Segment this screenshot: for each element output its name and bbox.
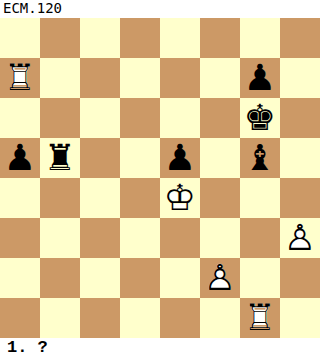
square-h3[interactable]: ♟♙ (280, 218, 320, 258)
white-pawn-fill: ♟ (280, 218, 320, 258)
square-c8[interactable] (80, 18, 120, 58)
white-rook[interactable]: ♖ (0, 58, 40, 98)
square-c7[interactable] (80, 58, 120, 98)
square-e3[interactable] (160, 218, 200, 258)
square-f8[interactable] (200, 18, 240, 58)
square-h5[interactable] (280, 138, 320, 178)
black-king[interactable]: ♚ (240, 98, 280, 138)
black-pawn[interactable]: ♟ (240, 58, 280, 98)
square-h8[interactable] (280, 18, 320, 58)
square-d6[interactable] (120, 98, 160, 138)
square-h2[interactable] (280, 258, 320, 298)
square-b8[interactable] (40, 18, 80, 58)
square-f2[interactable]: ♟♙ (200, 258, 240, 298)
white-pawn-fill: ♟ (200, 258, 240, 298)
square-b3[interactable] (40, 218, 80, 258)
square-g4[interactable] (240, 178, 280, 218)
square-h6[interactable] (280, 98, 320, 138)
square-d8[interactable] (120, 18, 160, 58)
square-e5[interactable]: ♟ (160, 138, 200, 178)
white-pawn[interactable]: ♙ (280, 218, 320, 258)
square-h1[interactable] (280, 298, 320, 338)
square-c4[interactable] (80, 178, 120, 218)
square-g7[interactable]: ♟ (240, 58, 280, 98)
black-pawn[interactable]: ♟ (160, 138, 200, 178)
square-e4[interactable]: ♚♔ (160, 178, 200, 218)
chess-diagram: ECM.120 ♜♖♟♚♟♜♟♝♚♔♟♙♟♙♜♖ 1. ? (0, 0, 320, 360)
white-pawn[interactable]: ♙ (200, 258, 240, 298)
white-king[interactable]: ♔ (160, 178, 200, 218)
square-g8[interactable] (240, 18, 280, 58)
square-g6[interactable]: ♚ (240, 98, 280, 138)
square-a2[interactable] (0, 258, 40, 298)
square-b4[interactable] (40, 178, 80, 218)
square-d3[interactable] (120, 218, 160, 258)
square-a6[interactable] (0, 98, 40, 138)
square-c3[interactable] (80, 218, 120, 258)
square-b5[interactable]: ♜ (40, 138, 80, 178)
square-g5[interactable]: ♝ (240, 138, 280, 178)
square-g2[interactable] (240, 258, 280, 298)
square-b1[interactable] (40, 298, 80, 338)
square-d7[interactable] (120, 58, 160, 98)
black-rook[interactable]: ♜ (40, 138, 80, 178)
square-a1[interactable] (0, 298, 40, 338)
square-e1[interactable] (160, 298, 200, 338)
square-g3[interactable] (240, 218, 280, 258)
square-d2[interactable] (120, 258, 160, 298)
black-pawn[interactable]: ♟ (0, 138, 40, 178)
square-e7[interactable] (160, 58, 200, 98)
square-b6[interactable] (40, 98, 80, 138)
square-f3[interactable] (200, 218, 240, 258)
square-d4[interactable] (120, 178, 160, 218)
square-b2[interactable] (40, 258, 80, 298)
square-h7[interactable] (280, 58, 320, 98)
white-king-fill: ♚ (160, 178, 200, 218)
square-d5[interactable] (120, 138, 160, 178)
square-a8[interactable] (0, 18, 40, 58)
square-f1[interactable] (200, 298, 240, 338)
square-b7[interactable] (40, 58, 80, 98)
square-c1[interactable] (80, 298, 120, 338)
square-h4[interactable] (280, 178, 320, 218)
square-a5[interactable]: ♟ (0, 138, 40, 178)
white-rook[interactable]: ♖ (240, 298, 280, 338)
square-f5[interactable] (200, 138, 240, 178)
chess-board: ♜♖♟♚♟♜♟♝♚♔♟♙♟♙♜♖ (0, 18, 320, 338)
square-f6[interactable] (200, 98, 240, 138)
square-d1[interactable] (120, 298, 160, 338)
square-c2[interactable] (80, 258, 120, 298)
square-a4[interactable] (0, 178, 40, 218)
square-a7[interactable]: ♜♖ (0, 58, 40, 98)
square-c6[interactable] (80, 98, 120, 138)
square-e8[interactable] (160, 18, 200, 58)
black-bishop[interactable]: ♝ (240, 138, 280, 178)
square-f7[interactable] (200, 58, 240, 98)
diagram-title: ECM.120 (0, 0, 320, 18)
square-e6[interactable] (160, 98, 200, 138)
square-e2[interactable] (160, 258, 200, 298)
square-c5[interactable] (80, 138, 120, 178)
move-prompt: 1. ? (0, 338, 320, 360)
square-g1[interactable]: ♜♖ (240, 298, 280, 338)
square-a3[interactable] (0, 218, 40, 258)
white-rook-fill: ♜ (0, 58, 40, 98)
white-rook-fill: ♜ (240, 298, 280, 338)
square-f4[interactable] (200, 178, 240, 218)
